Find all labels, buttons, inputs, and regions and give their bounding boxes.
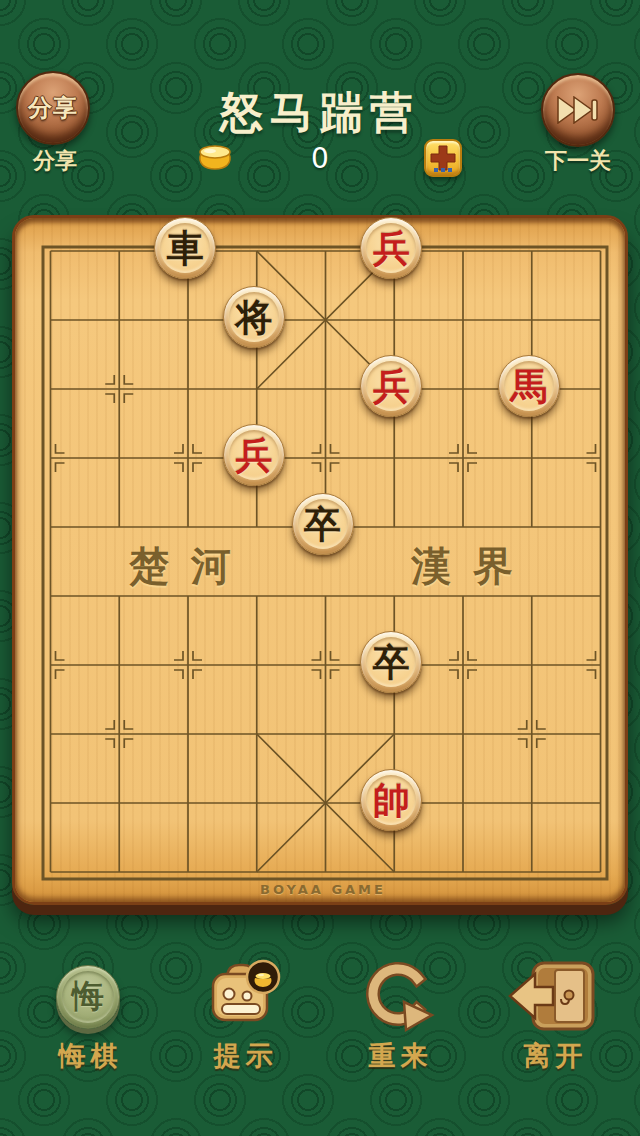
plus-icon [426,141,460,175]
exit-door-icon [507,956,599,1038]
xiangqi-board: 楚河 漢界 BOYAA GAME [12,215,628,905]
leave-button[interactable]: 离开 [488,956,618,1074]
hint-label: 提示 [209,1038,278,1074]
piece-black-将[interactable]: 将 [223,286,285,348]
river-label-left: 楚河 [107,539,253,594]
hint-button[interactable]: 提示 [178,956,308,1074]
next-level-button[interactable] [541,73,615,147]
piece-red-兵[interactable]: 兵 [360,217,422,279]
piece-black-卒[interactable]: 卒 [292,493,354,555]
brand-text: BOYAA GAME [15,882,631,897]
river-label-right: 漢界 [389,539,535,594]
robot-hint-icon [201,956,285,1038]
gold-count: 0 [280,142,360,175]
piece-red-馬[interactable]: 馬 [498,355,560,417]
restart-button[interactable]: 重来 [333,956,463,1074]
restart-arrow-icon [360,956,436,1038]
game-screen: 分享 分享 怒马踹营 0 下一关 楚河 [0,0,640,1136]
piece-red-兵[interactable]: 兵 [360,355,422,417]
piece-black-車[interactable]: 車 [154,217,216,279]
undo-piece-icon: 悔 [56,965,120,1029]
fast-forward-icon [556,96,600,124]
gold-ingot-icon [195,142,235,172]
undo-button[interactable]: 悔 悔棋 [23,956,153,1074]
add-gold-button[interactable] [424,139,462,177]
next-level-caption: 下一关 [508,146,640,176]
share-caption: 分享 [0,146,125,176]
leave-label: 离开 [519,1038,588,1074]
piece-red-帥[interactable]: 帥 [360,769,422,831]
piece-red-兵[interactable]: 兵 [223,424,285,486]
undo-label: 悔棋 [54,1038,123,1074]
restart-label: 重来 [364,1038,433,1074]
piece-black-卒[interactable]: 卒 [360,631,422,693]
